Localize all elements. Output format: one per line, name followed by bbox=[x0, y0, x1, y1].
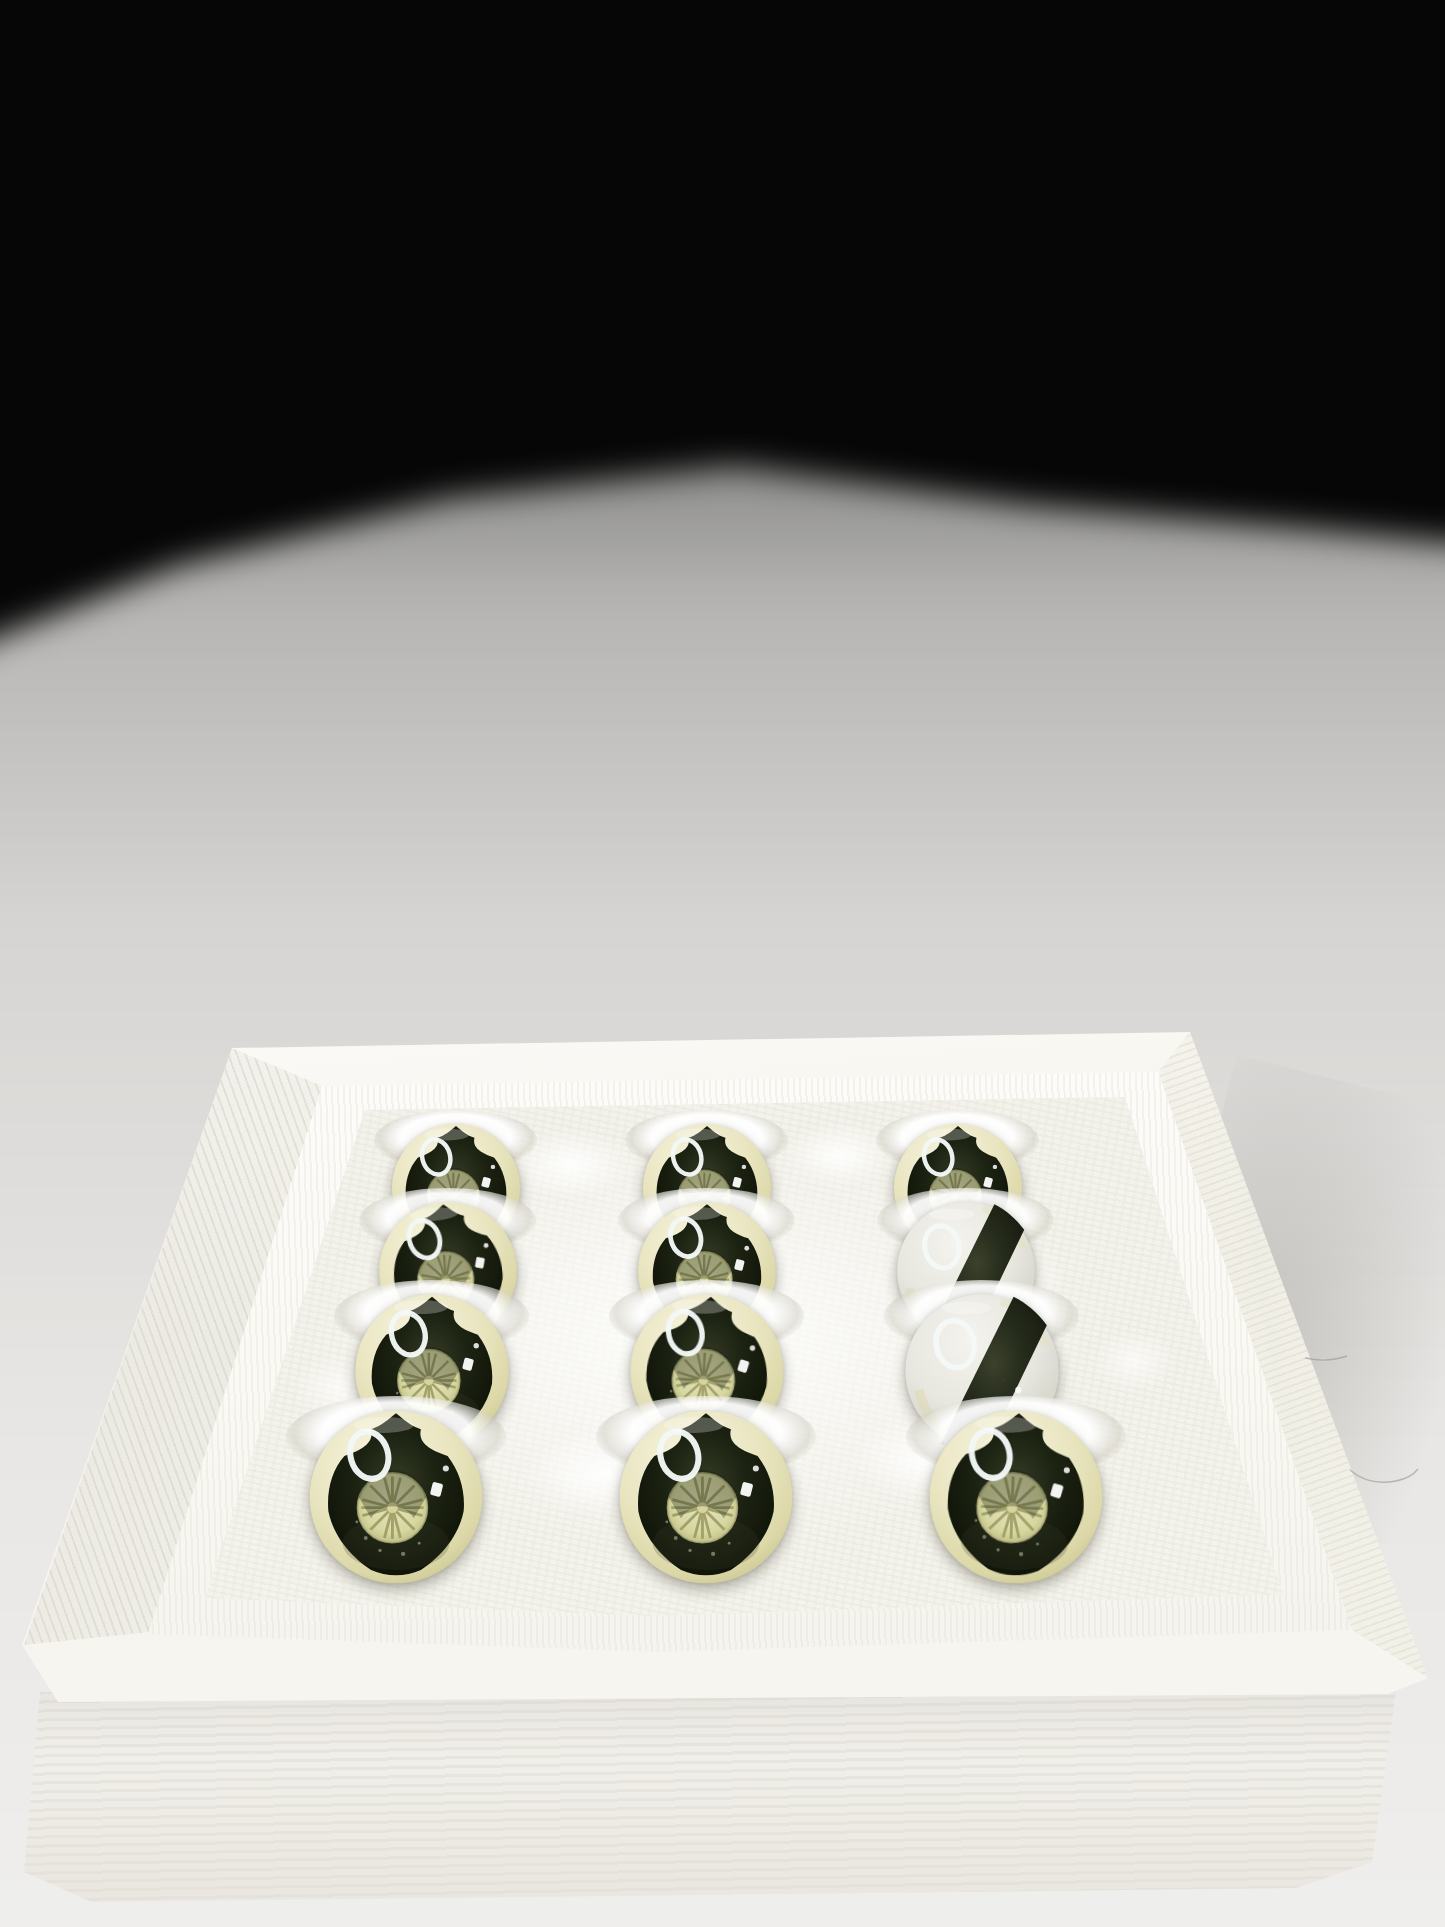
board-row-4 bbox=[241, 1408, 1171, 1586]
cell-r4c2[interactable] bbox=[617, 1408, 795, 1586]
dark-eye-bead-r4c2[interactable] bbox=[617, 1408, 795, 1586]
bead-board bbox=[0, 0, 1445, 1927]
dark-eye-bead-r4c1[interactable] bbox=[307, 1408, 485, 1586]
dark-eye-bead-r4c3[interactable] bbox=[924, 1405, 1108, 1589]
photo-stage bbox=[0, 0, 1445, 1927]
cell-r4c1[interactable] bbox=[307, 1408, 485, 1586]
cell-r4c3[interactable] bbox=[927, 1408, 1105, 1586]
